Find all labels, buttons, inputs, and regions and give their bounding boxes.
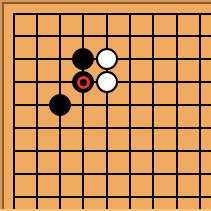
grid-line-horizontal bbox=[13, 13, 211, 15]
black-stone bbox=[49, 94, 71, 116]
grid-line-vertical bbox=[82, 13, 84, 211]
white-stone bbox=[96, 71, 118, 93]
marked-black-stone bbox=[72, 71, 94, 93]
grid-line-horizontal bbox=[13, 173, 211, 175]
grid-line-vertical bbox=[152, 13, 154, 211]
go-diagram bbox=[0, 0, 211, 211]
grid-line-vertical bbox=[36, 13, 38, 211]
board-edge-left-dark bbox=[2, 2, 4, 211]
board-edge-bottom-highlight bbox=[0, 209, 211, 211]
grid-line-horizontal bbox=[13, 150, 211, 152]
white-stone bbox=[96, 48, 118, 70]
grid-line-vertical bbox=[129, 13, 131, 211]
grid-line-vertical bbox=[106, 13, 108, 211]
grid-line-horizontal bbox=[13, 127, 211, 129]
black-stone bbox=[72, 48, 94, 70]
board-edge-top-dark bbox=[2, 2, 211, 4]
grid-line-horizontal bbox=[13, 35, 211, 37]
circle-mark bbox=[77, 76, 90, 89]
go-board bbox=[0, 0, 211, 211]
grid-line-vertical bbox=[13, 13, 15, 211]
grid-line-vertical bbox=[199, 13, 201, 211]
grid-line-vertical bbox=[176, 13, 178, 211]
grid-line-horizontal bbox=[13, 196, 211, 198]
grid-line-horizontal bbox=[13, 104, 211, 106]
